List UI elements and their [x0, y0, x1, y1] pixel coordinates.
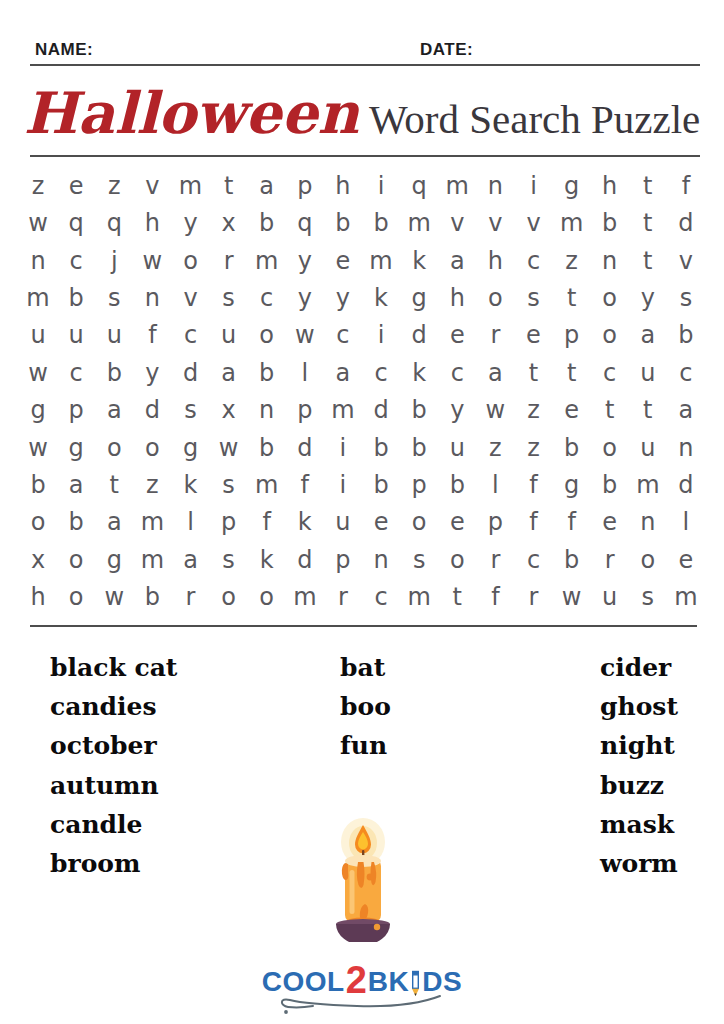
grid-cell-r10c18[interactable]: l [667, 504, 705, 541]
grid-cell-r4c18[interactable]: s [667, 279, 705, 316]
grid-cell-r9c11[interactable]: p [400, 466, 438, 503]
grid-cell-r9c8[interactable]: f [286, 466, 324, 503]
grid-cell-r7c12[interactable]: y [438, 392, 476, 429]
grid-cell-r5c11[interactable]: d [400, 317, 438, 354]
grid-cell-r12c9[interactable]: r [324, 579, 362, 616]
grid-cell-r8c14[interactable]: z [514, 429, 552, 466]
grid-cell-r1c6[interactable]: t [210, 167, 248, 204]
grid-cell-r3c7[interactable]: m [248, 242, 286, 279]
grid-cell-r2c10[interactable]: b [362, 204, 400, 241]
grid-cell-r2c2[interactable]: q [57, 204, 95, 241]
grid-cell-r2c12[interactable]: v [438, 204, 476, 241]
word-search-grid: zezvmtaphiqmnightfwqqhyxbqbbmvvvmbtdncjw… [19, 167, 705, 616]
grid-cell-r10c16[interactable]: e [591, 504, 629, 541]
grid-cell-r10c3[interactable]: a [95, 504, 133, 541]
grid-cell-r9c14[interactable]: f [514, 466, 552, 503]
grid-cell-r12c4[interactable]: b [133, 579, 171, 616]
grid-cell-r4c5[interactable]: v [171, 279, 209, 316]
grid-cell-r1c8[interactable]: p [286, 167, 324, 204]
grid-cell-r10c15[interactable]: f [553, 504, 591, 541]
grid-cell-r2c14[interactable]: v [514, 204, 552, 241]
grid-cell-r11c12[interactable]: o [438, 541, 476, 578]
grid-cell-r7c6[interactable]: x [210, 392, 248, 429]
grid-cell-r6c9[interactable]: a [324, 354, 362, 391]
grid-cell-r10c1[interactable]: o [19, 504, 57, 541]
grid-cell-r7c2[interactable]: p [57, 392, 95, 429]
grid-cell-r12c5[interactable]: r [171, 579, 209, 616]
grid-cell-r8c6[interactable]: w [210, 429, 248, 466]
grid-cell-r7c4[interactable]: d [133, 392, 171, 429]
grid-cell-r2c5[interactable]: y [171, 204, 209, 241]
grid-cell-r6c2[interactable]: c [57, 354, 95, 391]
grid-cell-r12c15[interactable]: w [553, 579, 591, 616]
grid-cell-r8c18[interactable]: n [667, 429, 705, 466]
grid-cell-r9c3[interactable]: t [95, 466, 133, 503]
grid-cell-r7c9[interactable]: m [324, 392, 362, 429]
grid-cell-r11c1[interactable]: x [19, 541, 57, 578]
grid-cell-r6c16[interactable]: c [591, 354, 629, 391]
grid-cell-r3c6[interactable]: r [210, 242, 248, 279]
grid-cell-r5c4[interactable]: f [133, 317, 171, 354]
grid-cell-r10c9[interactable]: u [324, 504, 362, 541]
grid-cell-r9c9[interactable]: i [324, 466, 362, 503]
grid-cell-r11c3[interactable]: g [95, 541, 133, 578]
word-list-column-1: black catcandiesoctoberautumncandlebroom [50, 648, 177, 883]
grid-cell-r1c17[interactable]: t [629, 167, 667, 204]
grid-cell-r4c13[interactable]: o [476, 279, 514, 316]
grid-cell-r1c18[interactable]: f [667, 167, 705, 204]
grid-cell-r4c3[interactable]: s [95, 279, 133, 316]
worksheet-page: NAME: DATE: HalloweenWord Search Puzzle … [0, 0, 724, 1024]
grid-cell-r11c14[interactable]: c [514, 541, 552, 578]
grid-cell-r4c10[interactable]: k [362, 279, 400, 316]
grid-cell-r2c3[interactable]: q [95, 204, 133, 241]
grid-cell-r3c10[interactable]: m [362, 242, 400, 279]
grid-cell-r3c14[interactable]: c [514, 242, 552, 279]
grid-cell-r12c3[interactable]: w [95, 579, 133, 616]
grid-cell-r4c15[interactable]: t [553, 279, 591, 316]
grid-cell-r9c6[interactable]: s [210, 466, 248, 503]
grid-cell-r11c15[interactable]: b [553, 541, 591, 578]
grid-cell-r5c18[interactable]: b [667, 317, 705, 354]
grid-cell-r3c4[interactable]: w [133, 242, 171, 279]
date-label: DATE: [420, 40, 473, 60]
grid-cell-r12c7[interactable]: o [248, 579, 286, 616]
grid-cell-r9c2[interactable]: a [57, 466, 95, 503]
grid-cell-r6c3[interactable]: b [95, 354, 133, 391]
grid-cell-r11c13[interactable]: r [476, 541, 514, 578]
grid-cell-r5c1[interactable]: u [19, 317, 57, 354]
grid-cell-r4c14[interactable]: s [514, 279, 552, 316]
grid-cell-r1c3[interactable]: z [95, 167, 133, 204]
grid-cell-r10c2[interactable]: b [57, 504, 95, 541]
grid-cell-r5c8[interactable]: w [286, 317, 324, 354]
page-title: HalloweenWord Search Puzzle [0, 70, 724, 155]
grid-cell-r1c7[interactable]: a [248, 167, 286, 204]
grid-cell-r1c9[interactable]: h [324, 167, 362, 204]
grid-cell-r3c9[interactable]: e [324, 242, 362, 279]
grid-cell-r1c11[interactable]: q [400, 167, 438, 204]
grid-cell-r5c3[interactable]: u [95, 317, 133, 354]
grid-cell-r7c1[interactable]: g [19, 392, 57, 429]
grid-cell-r9c16[interactable]: b [591, 466, 629, 503]
grid-cell-r6c15[interactable]: t [553, 354, 591, 391]
grid-cell-r8c15[interactable]: b [553, 429, 591, 466]
word-list-item: night [600, 726, 678, 765]
grid-cell-r2c6[interactable]: x [210, 204, 248, 241]
grid-cell-r9c4[interactable]: z [133, 466, 171, 503]
grid-cell-r4c4[interactable]: n [133, 279, 171, 316]
word-list-column-2: batboofun [340, 648, 391, 766]
grid-cell-r9c1[interactable]: b [19, 466, 57, 503]
grid-cell-r3c11[interactable]: k [400, 242, 438, 279]
grid-cell-r11c5[interactable]: a [171, 541, 209, 578]
grid-cell-r6c7[interactable]: b [248, 354, 286, 391]
grid-cell-r10c11[interactable]: o [400, 504, 438, 541]
grid-cell-r12c13[interactable]: f [476, 579, 514, 616]
word-list-item: candle [50, 805, 177, 844]
word-list-item: fun [340, 726, 391, 765]
grid-cell-r6c10[interactable]: c [362, 354, 400, 391]
grid-cell-r8c11[interactable]: b [400, 429, 438, 466]
grid-cell-r12c8[interactable]: m [286, 579, 324, 616]
grid-cell-r8c5[interactable]: g [171, 429, 209, 466]
grid-cell-r5c13[interactable]: r [476, 317, 514, 354]
grid-cell-r4c8[interactable]: y [286, 279, 324, 316]
grid-cell-r9c15[interactable]: g [553, 466, 591, 503]
title-divider [30, 155, 700, 157]
grid-cell-r4c12[interactable]: h [438, 279, 476, 316]
grid-cell-r2c9[interactable]: b [324, 204, 362, 241]
grid-cell-r1c13[interactable]: n [476, 167, 514, 204]
grid-cell-r8c8[interactable]: d [286, 429, 324, 466]
grid-cell-r1c14[interactable]: i [514, 167, 552, 204]
grid-cell-r2c11[interactable]: m [400, 204, 438, 241]
grid-cell-r9c17[interactable]: m [629, 466, 667, 503]
grid-cell-r2c17[interactable]: t [629, 204, 667, 241]
grid-cell-r11c6[interactable]: s [210, 541, 248, 578]
grid-cell-r5c17[interactable]: a [629, 317, 667, 354]
grid-cell-r6c17[interactable]: u [629, 354, 667, 391]
grid-cell-r10c13[interactable]: p [476, 504, 514, 541]
grid-cell-r3c5[interactable]: o [171, 242, 209, 279]
grid-cell-r4c17[interactable]: y [629, 279, 667, 316]
grid-cell-r5c16[interactable]: o [591, 317, 629, 354]
name-label: NAME: [35, 40, 93, 60]
grid-cell-r4c2[interactable]: b [57, 279, 95, 316]
grid-cell-r11c9[interactable]: p [324, 541, 362, 578]
grid-cell-r10c4[interactable]: m [133, 504, 171, 541]
grid-cell-r7c7[interactable]: n [248, 392, 286, 429]
word-list-item: buzz [600, 766, 678, 805]
grid-cell-r7c8[interactable]: p [286, 392, 324, 429]
grid-cell-r2c15[interactable]: m [553, 204, 591, 241]
grid-cell-r11c17[interactable]: o [629, 541, 667, 578]
word-list-item: boo [340, 687, 391, 726]
grid-cell-r1c2[interactable]: e [57, 167, 95, 204]
grid-cell-r10c8[interactable]: k [286, 504, 324, 541]
grid-cell-r9c13[interactable]: l [476, 466, 514, 503]
word-list-item: worm [600, 844, 678, 883]
grid-cell-r11c11[interactable]: s [400, 541, 438, 578]
grid-cell-r6c12[interactable]: c [438, 354, 476, 391]
word-list-item: ghost [600, 687, 678, 726]
grid-cell-r1c15[interactable]: g [553, 167, 591, 204]
grid-cell-r5c10[interactable]: i [362, 317, 400, 354]
grid-cell-r5c5[interactable]: c [171, 317, 209, 354]
grid-cell-r10c12[interactable]: e [438, 504, 476, 541]
grid-cell-r7c3[interactable]: a [95, 392, 133, 429]
grid-cell-r2c18[interactable]: d [667, 204, 705, 241]
grid-cell-r8c1[interactable]: w [19, 429, 57, 466]
cool2bkids-logo: COOL2BKDS [0, 953, 724, 997]
word-list-column-3: ciderghostnightbuzzmaskworm [600, 648, 678, 883]
grid-cell-r6c11[interactable]: k [400, 354, 438, 391]
grid-cell-r10c5[interactable]: l [171, 504, 209, 541]
grid-cell-r12c16[interactable]: u [591, 579, 629, 616]
grid-cell-r10c7[interactable]: f [248, 504, 286, 541]
grid-cell-r12c1[interactable]: h [19, 579, 57, 616]
word-list-item: black cat [50, 648, 177, 687]
grid-cell-r6c6[interactable]: a [210, 354, 248, 391]
grid-cell-r7c18[interactable]: a [667, 392, 705, 429]
grid-cell-r10c17[interactable]: n [629, 504, 667, 541]
grid-cell-r10c14[interactable]: f [514, 504, 552, 541]
grid-cell-r4c7[interactable]: c [248, 279, 286, 316]
grid-cell-r2c7[interactable]: b [248, 204, 286, 241]
grid-cell-r3c3[interactable]: j [95, 242, 133, 279]
word-list-item: candies [50, 687, 177, 726]
grid-cell-r12c10[interactable]: c [362, 579, 400, 616]
grid-cell-r9c18[interactable]: d [667, 466, 705, 503]
word-list-item: broom [50, 844, 177, 883]
grid-cell-r12c12[interactable]: t [438, 579, 476, 616]
grid-cell-r7c16[interactable]: t [591, 392, 629, 429]
grid-cell-r3c13[interactable]: h [476, 242, 514, 279]
grid-cell-r11c8[interactable]: d [286, 541, 324, 578]
word-list-item: autumn [50, 766, 177, 805]
grid-cell-r5c15[interactable]: p [553, 317, 591, 354]
grid-cell-r8c13[interactable]: z [476, 429, 514, 466]
word-list-item: october [50, 726, 177, 765]
grid-cell-r7c11[interactable]: b [400, 392, 438, 429]
grid-cell-r11c10[interactable]: n [362, 541, 400, 578]
grid-cell-r8c7[interactable]: b [248, 429, 286, 466]
grid-cell-r11c4[interactable]: m [133, 541, 171, 578]
grid-cell-r10c10[interactable]: e [362, 504, 400, 541]
grid-cell-r3c12[interactable]: a [438, 242, 476, 279]
grid-cell-r10c6[interactable]: p [210, 504, 248, 541]
word-list-item: bat [340, 648, 391, 687]
grid-cell-r3c2[interactable]: c [57, 242, 95, 279]
grid-cell-r6c5[interactable]: d [171, 354, 209, 391]
grid-cell-r2c13[interactable]: v [476, 204, 514, 241]
grid-cell-r3c18[interactable]: v [667, 242, 705, 279]
grid-cell-r12c17[interactable]: s [629, 579, 667, 616]
grid-cell-r8c10[interactable]: b [362, 429, 400, 466]
grid-cell-r7c14[interactable]: z [514, 392, 552, 429]
grid-cell-r1c1[interactable]: z [19, 167, 57, 204]
grid-cell-r2c1[interactable]: w [19, 204, 57, 241]
grid-cell-r8c3[interactable]: o [95, 429, 133, 466]
grid-cell-r4c11[interactable]: g [400, 279, 438, 316]
grid-cell-r9c7[interactable]: m [248, 466, 286, 503]
grid-cell-r11c18[interactable]: e [667, 541, 705, 578]
grid-cell-r9c5[interactable]: k [171, 466, 209, 503]
word-list-item: cider [600, 648, 678, 687]
grid-cell-r3c17[interactable]: t [629, 242, 667, 279]
title-rest: Word Search Puzzle [369, 96, 700, 142]
word-list-item: mask [600, 805, 678, 844]
grid-cell-r6c1[interactable]: w [19, 354, 57, 391]
grid-cell-r3c15[interactable]: z [553, 242, 591, 279]
grid-cell-r4c9[interactable]: y [324, 279, 362, 316]
grid-bottom-divider [30, 625, 697, 627]
grid-cell-r7c5[interactable]: s [171, 392, 209, 429]
grid-cell-r8c2[interactable]: g [57, 429, 95, 466]
grid-cell-r4c6[interactable]: s [210, 279, 248, 316]
grid-cell-r11c16[interactable]: r [591, 541, 629, 578]
grid-cell-r1c16[interactable]: h [591, 167, 629, 204]
grid-cell-r8c16[interactable]: o [591, 429, 629, 466]
grid-cell-r12c11[interactable]: m [400, 579, 438, 616]
grid-cell-r3c1[interactable]: n [19, 242, 57, 279]
grid-cell-r8c4[interactable]: o [133, 429, 171, 466]
grid-cell-r8c9[interactable]: i [324, 429, 362, 466]
grid-cell-r6c14[interactable]: t [514, 354, 552, 391]
grid-cell-r3c16[interactable]: n [591, 242, 629, 279]
grid-cell-r2c8[interactable]: q [286, 204, 324, 241]
grid-cell-r1c5[interactable]: m [171, 167, 209, 204]
grid-cell-r4c16[interactable]: o [591, 279, 629, 316]
grid-cell-r12c6[interactable]: o [210, 579, 248, 616]
grid-cell-r5c9[interactable]: c [324, 317, 362, 354]
grid-cell-r12c18[interactable]: m [667, 579, 705, 616]
grid-cell-r3c8[interactable]: y [286, 242, 324, 279]
grid-cell-r7c15[interactable]: e [553, 392, 591, 429]
grid-cell-r1c12[interactable]: m [438, 167, 476, 204]
grid-cell-r5c2[interactable]: u [57, 317, 95, 354]
logo-squiggle-underline [277, 993, 447, 1015]
grid-cell-r12c2[interactable]: o [57, 579, 95, 616]
grid-cell-r8c17[interactable]: u [629, 429, 667, 466]
grid-cell-r5c12[interactable]: e [438, 317, 476, 354]
grid-cell-r12c14[interactable]: r [514, 579, 552, 616]
grid-cell-r8c12[interactable]: u [438, 429, 476, 466]
header-fill-in-line: NAME: DATE: [30, 38, 700, 66]
grid-cell-r7c13[interactable]: w [476, 392, 514, 429]
grid-cell-r11c7[interactable]: k [248, 541, 286, 578]
grid-cell-r7c10[interactable]: d [362, 392, 400, 429]
grid-cell-r5c14[interactable]: e [514, 317, 552, 354]
grid-cell-r1c4[interactable]: v [133, 167, 171, 204]
grid-cell-r1c10[interactable]: i [362, 167, 400, 204]
grid-cell-r4c1[interactable]: m [19, 279, 57, 316]
grid-cell-r6c8[interactable]: l [286, 354, 324, 391]
title-accent: Halloween [24, 79, 359, 146]
grid-cell-r9c12[interactable]: b [438, 466, 476, 503]
grid-cell-r6c18[interactable]: c [667, 354, 705, 391]
grid-cell-r5c6[interactable]: u [210, 317, 248, 354]
grid-cell-r9c10[interactable]: b [362, 466, 400, 503]
grid-cell-r6c4[interactable]: y [133, 354, 171, 391]
grid-cell-r6c13[interactable]: a [476, 354, 514, 391]
grid-cell-r7c17[interactable]: t [629, 392, 667, 429]
grid-cell-r11c2[interactable]: o [57, 541, 95, 578]
candle-icon [303, 818, 423, 942]
grid-cell-r2c16[interactable]: b [591, 204, 629, 241]
grid-cell-r5c7[interactable]: o [248, 317, 286, 354]
grid-cell-r2c4[interactable]: h [133, 204, 171, 241]
